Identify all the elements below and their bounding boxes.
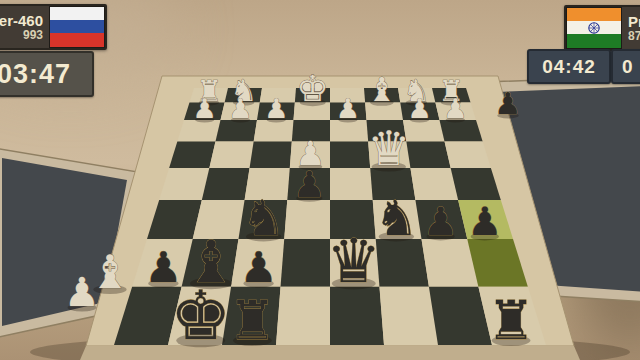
piece-black-pawn-a6[interactable]: ♟ xyxy=(467,199,502,244)
piece-black-pawn-e5[interactable]: ♟ xyxy=(293,163,325,206)
square-d5[interactable] xyxy=(330,168,373,200)
left-player-plate: Player-460 993 xyxy=(0,4,107,50)
piece-black-rook-f8[interactable]: ♜ xyxy=(228,289,276,352)
india-flag-icon xyxy=(566,7,622,49)
piece-white-pawn-g2[interactable]: ♟ xyxy=(228,93,252,124)
square-b4[interactable] xyxy=(406,142,450,168)
square-c8[interactable] xyxy=(379,287,438,345)
piece-white-king-e1[interactable]: ♚ xyxy=(297,68,329,109)
piece-black-king-g8[interactable]: ♚ xyxy=(170,276,231,355)
piece-white-pawn-b2[interactable]: ♟ xyxy=(407,93,431,124)
game-scene: ♜♞♚♝♞♜♟♟♟♟♟♟♟♛♟♞♞♟♟♟♝♟♛♜♚♜♝♟♟ Player-460… xyxy=(0,0,640,360)
square-e6[interactable] xyxy=(284,200,330,239)
piece-black-pawn-b6[interactable]: ♟ xyxy=(423,199,458,244)
right-player-plate: Prov 871 xyxy=(564,5,640,51)
piece-black-pawn[interactable]: ♟ xyxy=(495,86,522,121)
left-player-name: Player-460 xyxy=(0,12,43,29)
ashoka-chakra-icon xyxy=(587,21,601,35)
piece-white-pawn-a2[interactable]: ♟ xyxy=(443,93,467,124)
piece-white-bishop-c1[interactable]: ♝ xyxy=(367,70,397,109)
piece-white-pawn-d2[interactable]: ♟ xyxy=(336,93,360,124)
left-player-clock: 03:47 xyxy=(0,51,94,97)
square-g4[interactable] xyxy=(209,142,253,168)
piece-white-pawn[interactable]: ♟ xyxy=(64,269,100,315)
square-d4[interactable] xyxy=(330,142,370,168)
right-secondary-clock: 0 xyxy=(611,49,640,84)
square-f4[interactable] xyxy=(250,142,292,168)
square-e8[interactable] xyxy=(276,287,330,345)
left-player-rating: 993 xyxy=(23,29,43,42)
russia-flag-icon xyxy=(49,6,105,48)
piece-black-pawn-f7[interactable]: ♟ xyxy=(240,243,278,292)
piece-black-knight-f6[interactable]: ♞ xyxy=(242,190,286,247)
right-player-clock: 04:42 xyxy=(527,49,611,84)
right-player-rating: 871 xyxy=(628,30,640,43)
piece-white-pawn-f2[interactable]: ♟ xyxy=(264,93,288,124)
piece-white-pawn-h2[interactable]: ♟ xyxy=(193,93,217,124)
piece-white-queen-c4[interactable]: ♛ xyxy=(367,121,410,176)
square-e7[interactable] xyxy=(281,239,330,287)
piece-black-queen-d7[interactable]: ♛ xyxy=(327,226,381,296)
right-player-name: Prov xyxy=(628,13,640,30)
piece-black-rook-a8[interactable]: ♜ xyxy=(487,289,535,352)
